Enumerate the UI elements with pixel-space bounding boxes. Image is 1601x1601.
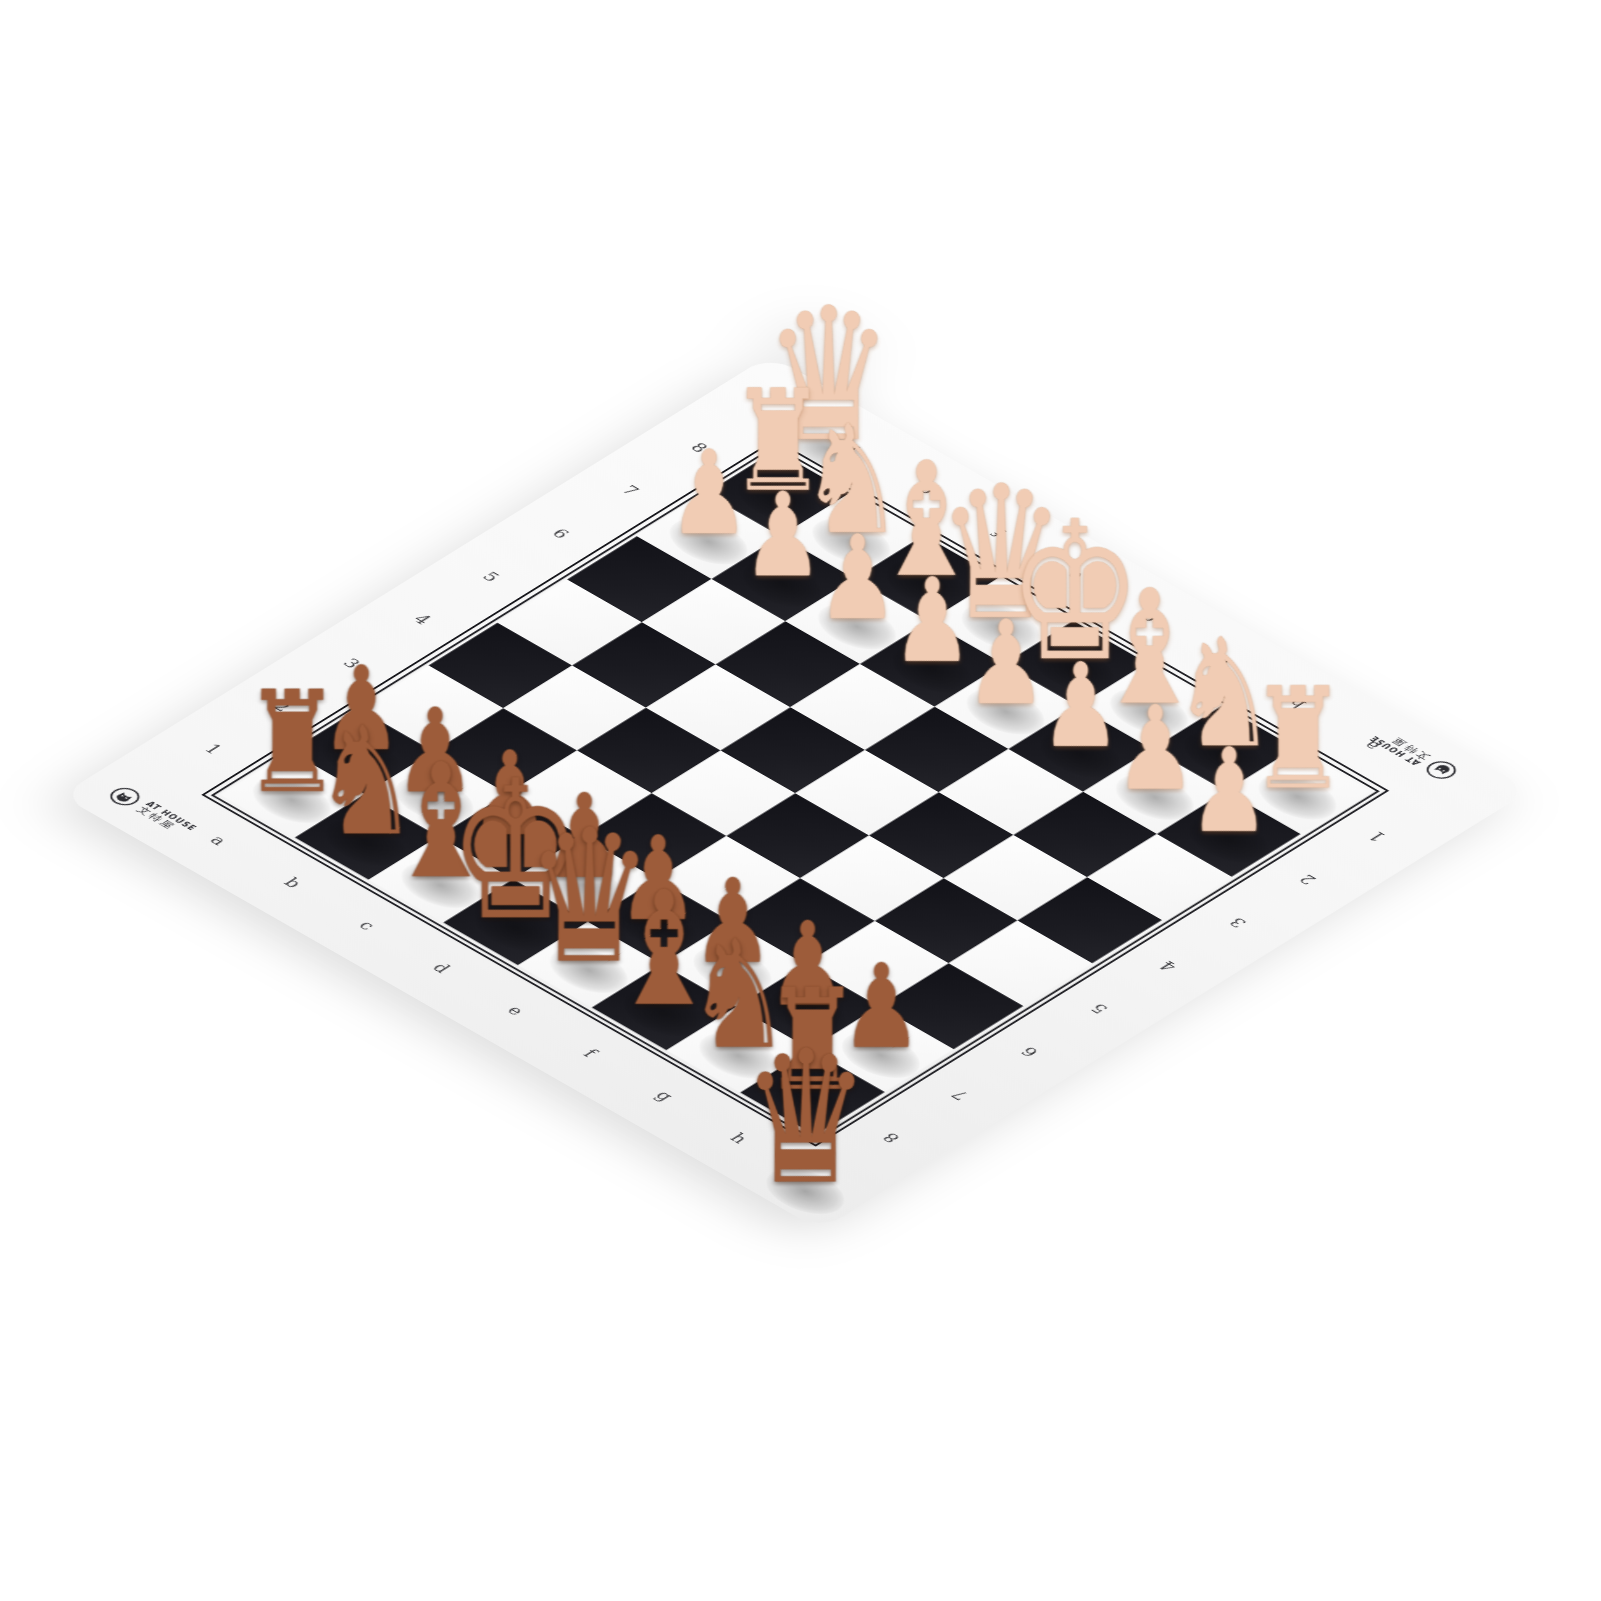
coord-label-5: 5 — [479, 570, 503, 584]
brand-text: AT HOUSE 文特屋 — [134, 801, 198, 838]
coord-label-a: a — [207, 833, 230, 847]
coord-label-3: 3 — [1227, 915, 1251, 929]
cat-in-ring-icon — [1419, 757, 1464, 784]
chess-mat: 12345678abcdefghhgfedcba12345678 AT HOUS… — [60, 355, 1530, 1231]
coord-label-1: 1 — [201, 742, 225, 756]
brand-logo-right: AT HOUSE 文特屋 — [1366, 727, 1463, 784]
product-photo-scene: 12345678abcdefghhgfedcba12345678 AT HOUS… — [0, 0, 1601, 1601]
coord-label-c: c — [356, 919, 379, 933]
coord-label-2: 2 — [1296, 872, 1320, 886]
coord-label-4: 4 — [1157, 958, 1181, 972]
coord-label-4: 4 — [409, 613, 433, 627]
coord-label-f: f — [580, 1047, 600, 1059]
coord-label-g: g — [653, 1088, 677, 1102]
coord-label-6: 6 — [1018, 1044, 1042, 1058]
coord-label-1: 1 — [1365, 829, 1389, 843]
coord-label-e: e — [504, 1004, 527, 1018]
coord-label-6: 6 — [548, 527, 572, 541]
brand-logo-left: AT HOUSE 文特屋 — [103, 783, 200, 840]
coord-label-5: 5 — [1088, 1001, 1112, 1015]
brand-text: AT HOUSE 文特屋 — [1369, 728, 1433, 765]
coord-label-d: d — [430, 961, 454, 975]
coord-label-7: 7 — [949, 1087, 973, 1101]
coord-label-b: b — [281, 876, 305, 890]
coord-label-7: 7 — [618, 484, 642, 498]
